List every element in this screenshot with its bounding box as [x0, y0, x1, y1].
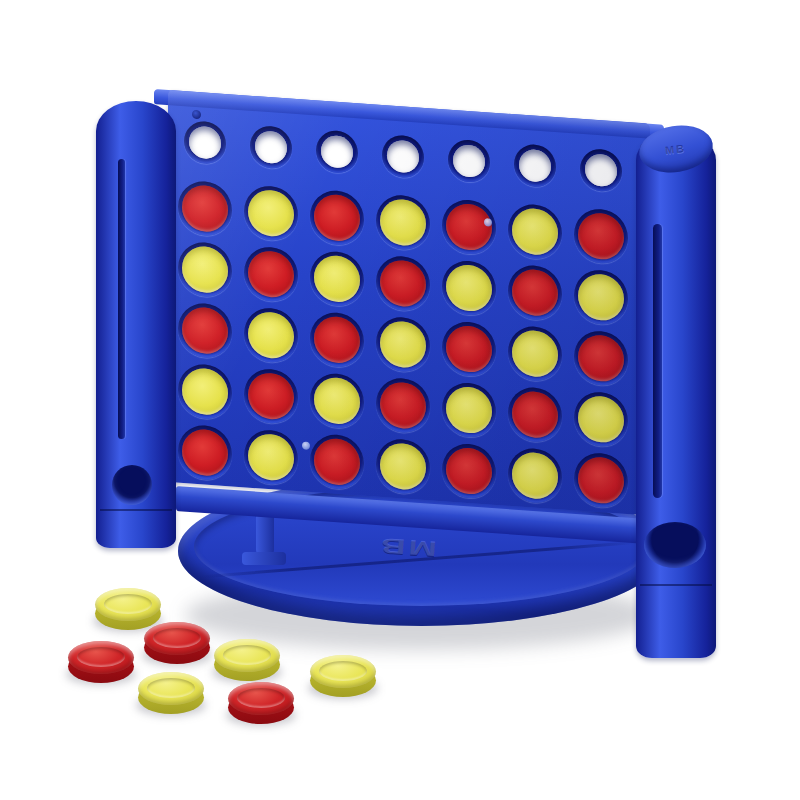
right-pillar-slot [653, 224, 662, 498]
yellow-disc [512, 207, 558, 256]
red-disc [248, 249, 294, 298]
slot-hole [376, 437, 430, 495]
empty-slot-opening [453, 144, 485, 178]
red-disc [578, 211, 624, 260]
loose-red-disc [68, 641, 134, 685]
open-drop-slot [184, 120, 226, 165]
red-disc [446, 202, 492, 251]
cell-r5-c2 [238, 363, 304, 429]
slot-hole [178, 179, 232, 237]
hinge-pin-left [192, 110, 201, 120]
yellow-disc [512, 451, 558, 500]
red-disc [380, 258, 426, 307]
cell-r1-c3 [304, 115, 370, 190]
cell-r4-c1 [172, 297, 238, 363]
empty-slot-opening [189, 125, 221, 159]
cell-r5-c3 [304, 368, 370, 434]
yellow-disc [380, 197, 426, 246]
cell-r6-c7 [568, 447, 634, 513]
yellow-disc [314, 254, 360, 303]
yellow-disc [314, 376, 360, 425]
slot-hole [178, 423, 232, 481]
game-board-grid-panel [168, 90, 650, 516]
cell-r3-c6 [502, 259, 568, 325]
empty-slot-opening [585, 153, 617, 187]
cell-r3-c2 [238, 241, 304, 307]
cell-r6-c1 [172, 419, 238, 485]
red-disc [446, 446, 492, 495]
yellow-disc [248, 188, 294, 237]
slot-hole [376, 254, 430, 312]
slot-hole [178, 240, 232, 298]
clear-rivet [484, 218, 492, 227]
red-disc [578, 333, 624, 382]
red-disc [248, 371, 294, 420]
red-disc [380, 380, 426, 429]
slot-hole [508, 385, 562, 443]
yellow-disc [182, 244, 228, 293]
left-pillar-slot [118, 159, 125, 439]
slot-hole [442, 320, 496, 378]
slot-hole [178, 362, 232, 420]
right-pillar-seam [640, 584, 712, 586]
board-grid [172, 105, 634, 512]
open-drop-slot [580, 148, 622, 193]
cell-r2-c2 [238, 180, 304, 246]
disc-face [214, 639, 280, 672]
red-disc [314, 437, 360, 486]
empty-slot-opening [519, 149, 551, 183]
cell-r3-c4 [370, 250, 436, 316]
slot-hole [178, 301, 232, 359]
slot-hole [574, 207, 628, 265]
cell-r4-c7 [568, 325, 634, 391]
cell-r5-c7 [568, 386, 634, 452]
loose-red-disc [144, 622, 210, 666]
cell-r1-c2 [238, 110, 304, 185]
yellow-disc [380, 319, 426, 368]
red-disc [512, 268, 558, 317]
red-disc [314, 315, 360, 364]
mb-logo-embossed: MB [377, 533, 437, 561]
cell-r2-c6 [502, 198, 568, 264]
slot-hole [244, 245, 298, 303]
slot-hole [310, 310, 364, 368]
cell-r6-c3 [304, 429, 370, 495]
loose-yellow-disc [138, 672, 204, 716]
open-drop-slot [448, 139, 490, 184]
cell-r1-c6 [502, 128, 568, 203]
cell-r6-c2 [238, 424, 304, 490]
red-disc [446, 324, 492, 373]
cell-r1-c4 [370, 119, 436, 194]
slot-hole [310, 432, 364, 490]
cell-r1-c5 [436, 124, 502, 199]
empty-slot-opening [387, 139, 419, 173]
empty-slot-opening [255, 130, 287, 164]
cell-r5-c1 [172, 358, 238, 424]
open-drop-slot [316, 129, 358, 174]
yellow-disc [578, 394, 624, 443]
cell-r3-c7 [568, 264, 634, 330]
slot-hole [310, 249, 364, 307]
slot-hole [574, 390, 628, 448]
loose-yellow-disc [214, 639, 280, 683]
cell-r4-c6 [502, 320, 568, 386]
cell-r3-c5 [436, 255, 502, 321]
loose-red-disc [228, 682, 294, 726]
cell-r1-c1 [172, 105, 238, 180]
cell-r5-c4 [370, 372, 436, 438]
slot-hole [376, 193, 430, 251]
open-drop-slot [382, 134, 424, 179]
slot-hole [508, 263, 562, 321]
disc-face [310, 655, 376, 688]
red-disc [182, 427, 228, 476]
slot-hole [310, 371, 364, 429]
cell-r4-c4 [370, 311, 436, 377]
slot-hole [508, 446, 562, 504]
cell-r3-c3 [304, 246, 370, 312]
slot-hole [574, 329, 628, 387]
slot-hole [244, 184, 298, 242]
disc-face [95, 588, 161, 621]
cell-r5-c6 [502, 381, 568, 447]
right-support-pillar: MB [636, 132, 716, 658]
product-photo-connect-four: MB MB [0, 0, 800, 800]
slot-hole [310, 188, 364, 246]
slot-hole [442, 259, 496, 317]
mb-logo: MB [665, 142, 687, 156]
red-disc [182, 305, 228, 354]
cell-r2-c7 [568, 203, 634, 269]
slot-hole [442, 381, 496, 439]
disc-face [68, 641, 134, 674]
slot-hole [508, 202, 562, 260]
slot-hole [244, 367, 298, 425]
slot-hole [442, 198, 496, 256]
slot-hole [442, 442, 496, 500]
cell-r2-c1 [172, 175, 238, 241]
right-pillar-notch [644, 522, 706, 568]
left-pillar-notch [112, 465, 152, 505]
yellow-disc [380, 441, 426, 490]
loose-yellow-disc [310, 655, 376, 699]
open-drop-slot [250, 125, 292, 170]
cell-r4-c3 [304, 307, 370, 373]
yellow-disc [578, 272, 624, 321]
cell-r2-c5 [436, 194, 502, 260]
cell-r3-c1 [172, 236, 238, 302]
slot-hole [244, 428, 298, 486]
yellow-disc [446, 263, 492, 312]
cell-r6-c5 [436, 438, 502, 504]
red-disc [182, 183, 228, 232]
cell-r2-c4 [370, 189, 436, 255]
cell-r6-c4 [370, 433, 436, 499]
slot-hole [574, 451, 628, 509]
slot-hole [376, 315, 430, 373]
slot-hole [508, 324, 562, 382]
empty-slot-opening [321, 135, 353, 169]
open-drop-slot [514, 143, 556, 188]
yellow-disc [248, 432, 294, 481]
cell-r2-c3 [304, 185, 370, 251]
red-disc [512, 390, 558, 439]
tray-latch-ledge [242, 552, 286, 565]
cell-r5-c5 [436, 377, 502, 443]
cell-r4-c2 [238, 302, 304, 368]
disc-face [144, 622, 210, 655]
disc-face [138, 672, 204, 705]
yellow-disc [512, 329, 558, 378]
slot-hole [574, 268, 628, 326]
left-support-pillar [96, 101, 176, 548]
cell-r6-c6 [502, 442, 568, 508]
yellow-disc [182, 366, 228, 415]
yellow-disc [446, 385, 492, 434]
slot-hole [244, 306, 298, 364]
disc-face [228, 682, 294, 715]
clear-rivet [302, 441, 310, 450]
cell-r4-c5 [436, 316, 502, 382]
slot-hole [376, 376, 430, 434]
red-disc [314, 193, 360, 242]
yellow-disc [248, 310, 294, 359]
red-disc [578, 455, 624, 504]
cell-r1-c7 [568, 133, 634, 208]
left-pillar-seam [100, 509, 172, 511]
